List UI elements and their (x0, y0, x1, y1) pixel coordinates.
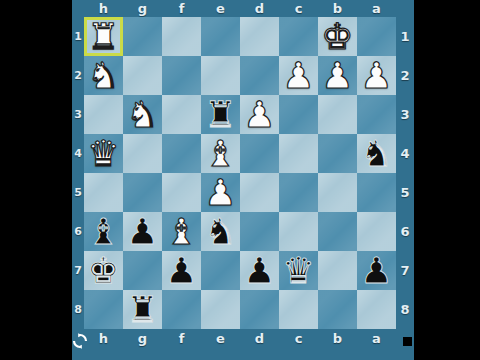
file-label-a: a (357, 330, 396, 347)
square-b8[interactable] (318, 290, 357, 329)
piece-wP: ♟ (240, 95, 279, 135)
piece-wN: ♞ (84, 56, 123, 96)
rank-label-5: 5 (72, 173, 84, 212)
square-f3[interactable] (162, 95, 201, 134)
rank-labels-right: 12345678 (396, 17, 414, 329)
square-a4[interactable]: ♞ (357, 134, 396, 173)
square-b6[interactable] (318, 212, 357, 251)
file-labels-top: hgfedcba (84, 0, 396, 17)
piece-bP: ♟ (162, 251, 201, 291)
square-d2[interactable] (240, 56, 279, 95)
piece-bQ: ♛ (279, 251, 318, 291)
letterbox-left (0, 0, 72, 360)
square-c8[interactable] (279, 290, 318, 329)
rank-label-6: 6 (396, 212, 414, 251)
square-a7[interactable]: ♟ (357, 251, 396, 290)
piece-bP: ♟ (357, 251, 396, 291)
square-a3[interactable] (357, 95, 396, 134)
square-e3[interactable]: ♜ (201, 95, 240, 134)
square-h8[interactable] (84, 290, 123, 329)
rank-label-8: 8 (396, 290, 414, 329)
file-label-g: g (123, 0, 162, 17)
piece-wK: ♚ (318, 17, 357, 57)
rank-label-7: 7 (72, 251, 84, 290)
board: ♜♚♞♟♟♟♞♜♟♛♝♞♟♝♟♝♞♚♟♟♛♟♜ (84, 17, 396, 329)
square-f4[interactable] (162, 134, 201, 173)
piece-wP: ♟ (318, 56, 357, 96)
square-e7[interactable] (201, 251, 240, 290)
piece-bR: ♜ (201, 95, 240, 135)
file-label-a: a (357, 0, 396, 17)
file-label-e: e (201, 0, 240, 17)
square-f2[interactable] (162, 56, 201, 95)
piece-bN: ♞ (357, 134, 396, 174)
piece-wP: ♟ (279, 56, 318, 96)
rank-labels-left: 12345678 (72, 17, 84, 329)
square-e2[interactable] (201, 56, 240, 95)
square-g7[interactable] (123, 251, 162, 290)
rank-label-3: 3 (396, 95, 414, 134)
square-g8[interactable]: ♜ (123, 290, 162, 329)
rank-label-6: 6 (72, 212, 84, 251)
file-label-b: b (318, 330, 357, 347)
piece-bR: ♜ (123, 290, 162, 330)
piece-bP: ♟ (123, 212, 162, 252)
square-h6[interactable]: ♝ (84, 212, 123, 251)
file-label-d: d (240, 330, 279, 347)
square-a5[interactable] (357, 173, 396, 212)
file-label-g: g (123, 330, 162, 347)
square-h3[interactable] (84, 95, 123, 134)
square-g2[interactable] (123, 56, 162, 95)
piece-bK: ♚ (84, 251, 123, 291)
square-b5[interactable] (318, 173, 357, 212)
square-e5[interactable]: ♟ (201, 173, 240, 212)
square-f7[interactable]: ♟ (162, 251, 201, 290)
square-d7[interactable]: ♟ (240, 251, 279, 290)
piece-bP: ♟ (240, 251, 279, 291)
square-d1[interactable] (240, 17, 279, 56)
square-f5[interactable] (162, 173, 201, 212)
letterbox-right (414, 0, 480, 360)
file-label-h: h (84, 0, 123, 17)
square-f8[interactable] (162, 290, 201, 329)
square-b4[interactable] (318, 134, 357, 173)
square-b1[interactable]: ♚ (318, 17, 357, 56)
square-d6[interactable] (240, 212, 279, 251)
square-e8[interactable] (201, 290, 240, 329)
square-c5[interactable] (279, 173, 318, 212)
square-f6[interactable]: ♝ (162, 212, 201, 251)
rank-label-4: 4 (72, 134, 84, 173)
square-d3[interactable]: ♟ (240, 95, 279, 134)
square-b2[interactable]: ♟ (318, 56, 357, 95)
file-label-c: c (279, 0, 318, 17)
square-c1[interactable] (279, 17, 318, 56)
rank-label-1: 1 (72, 17, 84, 56)
piece-wP: ♟ (201, 173, 240, 213)
square-g4[interactable] (123, 134, 162, 173)
square-g1[interactable] (123, 17, 162, 56)
rank-label-8: 8 (72, 290, 84, 329)
square-a6[interactable] (357, 212, 396, 251)
square-a2[interactable]: ♟ (357, 56, 396, 95)
square-c3[interactable] (279, 95, 318, 134)
file-label-h: h (84, 330, 123, 347)
square-e4[interactable]: ♝ (201, 134, 240, 173)
rank-label-5: 5 (396, 173, 414, 212)
square-d5[interactable] (240, 173, 279, 212)
file-labels-bottom: hgfedcba (84, 330, 396, 347)
square-h5[interactable] (84, 173, 123, 212)
flip-board-icon[interactable] (72, 333, 88, 349)
square-b3[interactable] (318, 95, 357, 134)
file-label-f: f (162, 0, 201, 17)
stop-icon[interactable] (403, 337, 412, 346)
piece-bN: ♞ (201, 212, 240, 252)
square-d4[interactable] (240, 134, 279, 173)
file-label-b: b (318, 0, 357, 17)
piece-bB: ♝ (84, 212, 123, 252)
piece-wQ: ♛ (84, 134, 123, 174)
square-h4[interactable]: ♛ (84, 134, 123, 173)
file-label-f: f (162, 330, 201, 347)
square-g5[interactable] (123, 173, 162, 212)
square-h2[interactable]: ♞ (84, 56, 123, 95)
square-d8[interactable] (240, 290, 279, 329)
video-frame: hgfedcba 12345678 ♜♚♞♟♟♟♞♜♟♛♝♞♟♝♟♝♞♚♟♟♛♟… (0, 0, 480, 360)
square-f1[interactable] (162, 17, 201, 56)
rank-label-1: 1 (396, 17, 414, 56)
square-a1[interactable] (357, 17, 396, 56)
square-e6[interactable]: ♞ (201, 212, 240, 251)
rank-label-3: 3 (72, 95, 84, 134)
file-label-d: d (240, 0, 279, 17)
square-c4[interactable] (279, 134, 318, 173)
piece-wB: ♝ (201, 134, 240, 174)
square-c7[interactable]: ♛ (279, 251, 318, 290)
square-c6[interactable] (279, 212, 318, 251)
file-label-c: c (279, 330, 318, 347)
square-g3[interactable]: ♞ (123, 95, 162, 134)
rank-label-4: 4 (396, 134, 414, 173)
square-a8[interactable] (357, 290, 396, 329)
rank-label-2: 2 (396, 56, 414, 95)
piece-wN: ♞ (123, 95, 162, 135)
square-b7[interactable] (318, 251, 357, 290)
square-g6[interactable]: ♟ (123, 212, 162, 251)
square-c2[interactable]: ♟ (279, 56, 318, 95)
rank-label-2: 2 (72, 56, 84, 95)
chess-app: hgfedcba 12345678 ♜♚♞♟♟♟♞♜♟♛♝♞♟♝♟♝♞♚♟♟♛♟… (72, 0, 414, 360)
piece-wP: ♟ (357, 56, 396, 96)
piece-wR: ♜ (84, 17, 123, 57)
rank-label-7: 7 (396, 251, 414, 290)
piece-wB: ♝ (162, 212, 201, 252)
square-e1[interactable] (201, 17, 240, 56)
file-label-e: e (201, 330, 240, 347)
square-h7[interactable]: ♚ (84, 251, 123, 290)
square-h1[interactable]: ♜ (84, 17, 123, 56)
